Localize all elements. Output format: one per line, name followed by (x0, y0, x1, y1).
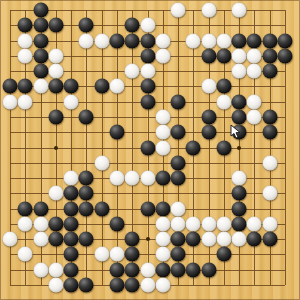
white-stone[interactable] (232, 48, 247, 63)
white-stone[interactable] (109, 171, 124, 186)
white-stone[interactable] (155, 140, 170, 155)
black-stone[interactable] (140, 140, 155, 155)
black-stone[interactable] (171, 232, 186, 247)
black-stone[interactable] (48, 232, 63, 247)
white-stone[interactable] (64, 171, 79, 186)
white-stone[interactable] (201, 33, 216, 48)
black-stone[interactable] (79, 186, 94, 201)
black-stone[interactable] (109, 33, 124, 48)
white-stone[interactable] (18, 216, 33, 231)
white-stone[interactable] (262, 216, 277, 231)
black-stone[interactable] (64, 216, 79, 231)
black-stone[interactable] (186, 140, 201, 155)
go-app-window (0, 0, 300, 300)
white-stone[interactable] (48, 64, 63, 79)
black-stone[interactable] (79, 109, 94, 124)
white-stone[interactable] (109, 79, 124, 94)
white-stone[interactable] (155, 278, 170, 293)
black-stone[interactable] (48, 216, 63, 231)
black-stone[interactable] (33, 33, 48, 48)
black-stone[interactable] (140, 94, 155, 109)
white-stone[interactable] (125, 171, 140, 186)
white-stone[interactable] (3, 94, 18, 109)
black-stone[interactable] (232, 109, 247, 124)
black-stone[interactable] (186, 262, 201, 277)
white-stone[interactable] (262, 186, 277, 201)
black-stone[interactable] (262, 64, 277, 79)
black-stone[interactable] (109, 278, 124, 293)
black-stone[interactable] (48, 18, 63, 33)
black-stone[interactable] (109, 216, 124, 231)
white-stone[interactable] (232, 64, 247, 79)
black-stone[interactable] (3, 79, 18, 94)
white-stone[interactable] (33, 79, 48, 94)
white-stone[interactable] (155, 232, 170, 247)
white-stone[interactable] (18, 48, 33, 63)
star-point (54, 146, 58, 150)
black-stone[interactable] (79, 171, 94, 186)
white-stone[interactable] (186, 216, 201, 231)
white-stone[interactable] (201, 216, 216, 231)
white-stone[interactable] (232, 232, 247, 247)
white-stone[interactable] (109, 247, 124, 262)
white-stone[interactable] (155, 109, 170, 124)
black-stone[interactable] (155, 262, 170, 277)
black-stone[interactable] (171, 247, 186, 262)
white-stone[interactable] (232, 3, 247, 18)
white-stone[interactable] (155, 247, 170, 262)
black-stone[interactable] (140, 201, 155, 216)
white-stone[interactable] (94, 33, 109, 48)
black-stone[interactable] (201, 262, 216, 277)
white-stone[interactable] (186, 33, 201, 48)
black-stone[interactable] (232, 186, 247, 201)
black-stone[interactable] (125, 18, 140, 33)
black-stone[interactable] (125, 262, 140, 277)
black-stone[interactable] (216, 247, 231, 262)
black-stone[interactable] (33, 201, 48, 216)
black-stone[interactable] (247, 33, 262, 48)
black-stone[interactable] (262, 125, 277, 140)
black-stone[interactable] (171, 125, 186, 140)
black-stone[interactable] (171, 155, 186, 170)
white-stone[interactable] (247, 64, 262, 79)
black-stone[interactable] (94, 201, 109, 216)
black-stone[interactable] (64, 232, 79, 247)
white-stone[interactable] (33, 262, 48, 277)
star-point (146, 237, 150, 241)
black-stone[interactable] (140, 79, 155, 94)
white-stone[interactable] (140, 171, 155, 186)
black-stone[interactable] (140, 48, 155, 63)
black-stone[interactable] (216, 79, 231, 94)
black-stone[interactable] (201, 48, 216, 63)
black-stone[interactable] (125, 232, 140, 247)
white-stone[interactable] (216, 33, 231, 48)
black-stone[interactable] (79, 278, 94, 293)
black-stone[interactable] (109, 125, 124, 140)
white-stone[interactable] (3, 232, 18, 247)
white-stone[interactable] (201, 232, 216, 247)
black-stone[interactable] (247, 232, 262, 247)
black-stone[interactable] (125, 278, 140, 293)
white-stone[interactable] (171, 216, 186, 231)
white-stone[interactable] (64, 94, 79, 109)
white-stone[interactable] (48, 186, 63, 201)
white-stone[interactable] (48, 48, 63, 63)
white-stone[interactable] (155, 48, 170, 63)
black-stone[interactable] (216, 48, 231, 63)
white-stone[interactable] (48, 278, 63, 293)
black-stone[interactable] (171, 94, 186, 109)
black-stone[interactable] (94, 79, 109, 94)
black-stone[interactable] (155, 201, 170, 216)
black-stone[interactable] (125, 247, 140, 262)
black-stone[interactable] (232, 201, 247, 216)
white-stone[interactable] (262, 155, 277, 170)
black-stone[interactable] (262, 232, 277, 247)
black-stone[interactable] (109, 262, 124, 277)
black-stone[interactable] (18, 79, 33, 94)
black-stone[interactable] (155, 171, 170, 186)
black-stone[interactable] (171, 171, 186, 186)
black-stone[interactable] (278, 48, 293, 63)
white-stone[interactable] (155, 216, 170, 231)
white-stone[interactable] (247, 48, 262, 63)
black-stone[interactable] (18, 18, 33, 33)
white-stone[interactable] (33, 232, 48, 247)
black-stone[interactable] (186, 232, 201, 247)
black-stone[interactable] (201, 125, 216, 140)
black-stone[interactable] (201, 109, 216, 124)
black-stone[interactable] (79, 232, 94, 247)
black-stone[interactable] (64, 278, 79, 293)
white-stone[interactable] (94, 155, 109, 170)
black-stone[interactable] (140, 33, 155, 48)
white-stone[interactable] (140, 262, 155, 277)
black-stone[interactable] (64, 247, 79, 262)
black-stone[interactable] (232, 33, 247, 48)
black-stone[interactable] (33, 48, 48, 63)
white-stone[interactable] (216, 216, 231, 231)
white-stone[interactable] (247, 216, 262, 231)
black-stone[interactable] (18, 201, 33, 216)
white-stone[interactable] (155, 33, 170, 48)
black-stone[interactable] (232, 216, 247, 231)
white-stone[interactable] (79, 33, 94, 48)
black-stone[interactable] (216, 140, 231, 155)
black-stone[interactable] (33, 18, 48, 33)
white-stone[interactable] (216, 232, 231, 247)
white-stone[interactable] (140, 18, 155, 33)
white-stone[interactable] (247, 109, 262, 124)
white-stone[interactable] (247, 94, 262, 109)
star-point (237, 146, 241, 150)
white-stone[interactable] (140, 278, 155, 293)
white-stone[interactable] (48, 262, 63, 277)
white-stone[interactable] (201, 79, 216, 94)
black-stone[interactable] (64, 262, 79, 277)
white-stone[interactable] (216, 94, 231, 109)
black-stone[interactable] (64, 79, 79, 94)
black-stone[interactable] (171, 262, 186, 277)
white-stone[interactable] (140, 64, 155, 79)
black-stone[interactable] (262, 33, 277, 48)
black-stone[interactable] (125, 33, 140, 48)
white-stone[interactable] (201, 3, 216, 18)
white-stone[interactable] (125, 64, 140, 79)
black-stone[interactable] (232, 94, 247, 109)
black-stone[interactable] (33, 64, 48, 79)
black-stone[interactable] (79, 18, 94, 33)
black-stone[interactable] (262, 48, 277, 63)
grid-line-horizontal (10, 163, 285, 164)
white-stone[interactable] (33, 216, 48, 231)
black-stone[interactable] (64, 186, 79, 201)
white-stone[interactable] (232, 171, 247, 186)
white-stone[interactable] (18, 247, 33, 262)
go-board[interactable] (0, 0, 300, 300)
mouse-cursor-icon (230, 124, 244, 140)
black-stone[interactable] (64, 201, 79, 216)
white-stone[interactable] (155, 125, 170, 140)
white-stone[interactable] (94, 247, 109, 262)
black-stone[interactable] (48, 79, 63, 94)
black-stone[interactable] (278, 33, 293, 48)
black-stone[interactable] (33, 3, 48, 18)
white-stone[interactable] (18, 94, 33, 109)
black-stone[interactable] (79, 201, 94, 216)
grid-line-horizontal (10, 254, 285, 255)
black-stone[interactable] (262, 109, 277, 124)
black-stone[interactable] (48, 109, 63, 124)
white-stone[interactable] (171, 3, 186, 18)
white-stone[interactable] (171, 201, 186, 216)
white-stone[interactable] (18, 33, 33, 48)
